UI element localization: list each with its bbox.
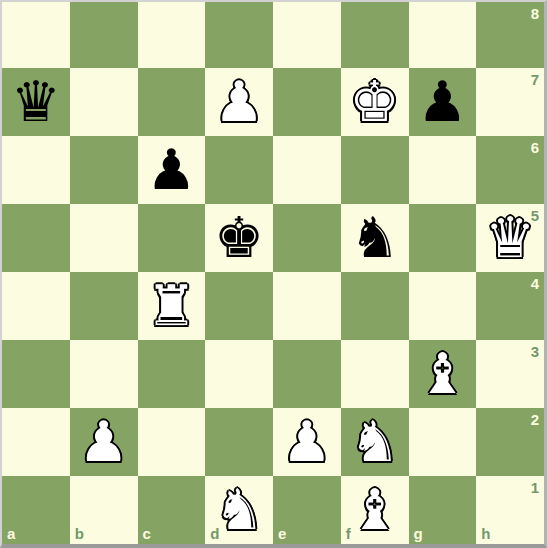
- square-a8[interactable]: [2, 2, 70, 68]
- square-f8[interactable]: [341, 2, 409, 68]
- square-f7[interactable]: ♚: [341, 68, 409, 136]
- square-e4[interactable]: [273, 272, 341, 340]
- black-knight-f5[interactable]: ♞: [350, 204, 400, 272]
- square-g5[interactable]: [409, 204, 477, 272]
- file-label-c: c: [143, 526, 151, 541]
- square-g3[interactable]: ♝: [409, 340, 477, 408]
- square-d5[interactable]: ♚: [205, 204, 273, 272]
- square-e2[interactable]: ♟: [273, 408, 341, 476]
- square-b5[interactable]: [70, 204, 138, 272]
- square-e8[interactable]: [273, 2, 341, 68]
- square-e1[interactable]: e: [273, 476, 341, 544]
- chess-board-frame: 8♛♟♚♟7♟6♚♞5♛♜4♝3♟♟♞2abcd♞ef♝g1h: [0, 0, 547, 548]
- square-c1[interactable]: c: [138, 476, 206, 544]
- square-h7[interactable]: 7: [476, 68, 544, 136]
- rank-label-1: 1: [531, 480, 539, 495]
- square-c2[interactable]: [138, 408, 206, 476]
- white-pawn-e2[interactable]: ♟: [282, 408, 332, 476]
- square-f6[interactable]: [341, 136, 409, 204]
- square-e5[interactable]: [273, 204, 341, 272]
- file-label-e: e: [278, 526, 286, 541]
- rank-label-7: 7: [531, 72, 539, 87]
- square-h8[interactable]: 8: [476, 2, 544, 68]
- black-queen-a7[interactable]: ♛: [11, 68, 61, 136]
- square-b6[interactable]: [70, 136, 138, 204]
- square-b2[interactable]: ♟: [70, 408, 138, 476]
- square-g6[interactable]: [409, 136, 477, 204]
- square-h1[interactable]: 1h: [476, 476, 544, 544]
- square-c6[interactable]: ♟: [138, 136, 206, 204]
- square-d1[interactable]: d♞: [205, 476, 273, 544]
- square-h6[interactable]: 6: [476, 136, 544, 204]
- square-a5[interactable]: [2, 204, 70, 272]
- square-g1[interactable]: g: [409, 476, 477, 544]
- square-a4[interactable]: [2, 272, 70, 340]
- square-a1[interactable]: a: [2, 476, 70, 544]
- square-b4[interactable]: [70, 272, 138, 340]
- rank-label-6: 6: [531, 140, 539, 155]
- square-f5[interactable]: ♞: [341, 204, 409, 272]
- square-a7[interactable]: ♛: [2, 68, 70, 136]
- black-king-d5[interactable]: ♚: [214, 204, 264, 272]
- white-bishop-g3[interactable]: ♝: [417, 340, 467, 408]
- file-label-g: g: [414, 526, 423, 541]
- square-a3[interactable]: [2, 340, 70, 408]
- white-knight-d1[interactable]: ♞: [214, 476, 264, 544]
- square-h4[interactable]: 4: [476, 272, 544, 340]
- square-g7[interactable]: ♟: [409, 68, 477, 136]
- square-d6[interactable]: [205, 136, 273, 204]
- rank-label-2: 2: [531, 412, 539, 427]
- square-c8[interactable]: [138, 2, 206, 68]
- square-d8[interactable]: [205, 2, 273, 68]
- white-pawn-d7[interactable]: ♟: [214, 68, 264, 136]
- square-b8[interactable]: [70, 2, 138, 68]
- white-pawn-b2[interactable]: ♟: [79, 408, 129, 476]
- white-rook-c4[interactable]: ♜: [146, 272, 196, 340]
- square-e7[interactable]: [273, 68, 341, 136]
- white-king-f7[interactable]: ♚: [350, 68, 400, 136]
- file-label-a: a: [7, 526, 15, 541]
- square-h5[interactable]: 5♛: [476, 204, 544, 272]
- square-h2[interactable]: 2: [476, 408, 544, 476]
- rank-label-8: 8: [531, 6, 539, 21]
- square-g4[interactable]: [409, 272, 477, 340]
- file-label-b: b: [75, 526, 84, 541]
- square-g8[interactable]: [409, 2, 477, 68]
- white-bishop-f1[interactable]: ♝: [350, 476, 400, 544]
- file-label-h: h: [481, 526, 490, 541]
- square-d4[interactable]: [205, 272, 273, 340]
- square-a6[interactable]: [2, 136, 70, 204]
- square-c3[interactable]: [138, 340, 206, 408]
- black-pawn-c6[interactable]: ♟: [146, 136, 196, 204]
- chess-board: 8♛♟♚♟7♟6♚♞5♛♜4♝3♟♟♞2abcd♞ef♝g1h: [2, 2, 544, 544]
- rank-label-4: 4: [531, 276, 539, 291]
- square-b7[interactable]: [70, 68, 138, 136]
- square-d2[interactable]: [205, 408, 273, 476]
- square-f2[interactable]: ♞: [341, 408, 409, 476]
- square-b1[interactable]: b: [70, 476, 138, 544]
- square-g2[interactable]: [409, 408, 477, 476]
- square-d3[interactable]: [205, 340, 273, 408]
- square-b3[interactable]: [70, 340, 138, 408]
- square-c4[interactable]: ♜: [138, 272, 206, 340]
- white-knight-f2[interactable]: ♞: [350, 408, 400, 476]
- black-pawn-g7[interactable]: ♟: [417, 68, 467, 136]
- white-queen-h5[interactable]: ♛: [485, 204, 535, 272]
- square-a2[interactable]: [2, 408, 70, 476]
- square-f4[interactable]: [341, 272, 409, 340]
- rank-label-3: 3: [531, 344, 539, 359]
- square-f3[interactable]: [341, 340, 409, 408]
- square-f1[interactable]: f♝: [341, 476, 409, 544]
- square-c7[interactable]: [138, 68, 206, 136]
- square-e6[interactable]: [273, 136, 341, 204]
- square-d7[interactable]: ♟: [205, 68, 273, 136]
- square-h3[interactable]: 3: [476, 340, 544, 408]
- square-c5[interactable]: [138, 204, 206, 272]
- square-e3[interactable]: [273, 340, 341, 408]
